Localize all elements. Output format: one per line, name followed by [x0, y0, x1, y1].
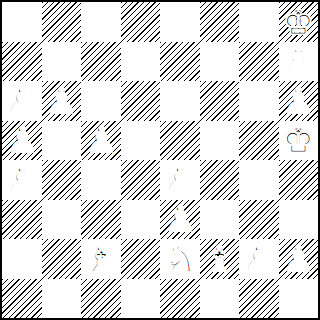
- piece-halo: ♚: [281, 3, 315, 41]
- square-a2: [2, 239, 42, 279]
- square-c2: ♝♝: [81, 239, 121, 279]
- square-f8: [200, 2, 240, 42]
- piece-black-pawn: ♟♟: [2, 81, 42, 121]
- piece-halo: ♟: [44, 82, 78, 120]
- square-g6: [239, 81, 279, 121]
- square-a3: [2, 200, 42, 240]
- square-f4: [200, 160, 240, 200]
- piece-halo: ♟: [281, 42, 315, 80]
- piece-black-pawn: ♟♟: [279, 42, 319, 82]
- piece-halo: ♝: [202, 240, 236, 278]
- square-d4: [121, 160, 161, 200]
- piece-halo: ♟: [163, 161, 197, 199]
- square-b6: ♟♙: [42, 81, 82, 121]
- square-c6: [81, 81, 121, 121]
- square-h1: [279, 279, 319, 319]
- square-b8: [42, 2, 82, 42]
- piece-halo: ♟: [84, 121, 118, 159]
- square-a4: ♟♙: [2, 160, 42, 200]
- piece-halo: ♞: [163, 240, 197, 278]
- piece-white-pawn: ♟♙: [2, 160, 42, 200]
- square-e7: [160, 42, 200, 82]
- square-a8: [2, 2, 42, 42]
- square-g3: [239, 200, 279, 240]
- piece-halo: ♟: [5, 121, 39, 159]
- square-c7: [81, 42, 121, 82]
- square-d3: [121, 200, 161, 240]
- square-e3: ♟♙: [160, 200, 200, 240]
- piece-halo: ♝: [84, 240, 118, 278]
- piece-white-knight: ♞♘: [160, 239, 200, 279]
- square-f5: [200, 121, 240, 161]
- square-e2: ♞♘: [160, 239, 200, 279]
- piece-halo: ♟: [281, 82, 315, 120]
- square-h5: ♚♔: [279, 121, 319, 161]
- square-e4: ♟♟: [160, 160, 200, 200]
- piece-white-king: ♚♔: [279, 121, 319, 161]
- square-f2: ♝♗: [200, 239, 240, 279]
- square-g8: [239, 2, 279, 42]
- square-b4: [42, 160, 82, 200]
- piece-white-pawn: ♟♙: [81, 121, 121, 161]
- square-d8: [121, 2, 161, 42]
- piece-white-pawn: ♟♙: [42, 81, 82, 121]
- chess-diagram: ♚♚♟♟♟♟♟♙♟♙♟♙♟♙♚♔♟♙♟♟♟♙♝♝♞♘♝♗♟♟♟♟: [0, 0, 320, 320]
- square-e6: [160, 81, 200, 121]
- piece-white-pawn: ♟♙: [279, 81, 319, 121]
- square-d1: [121, 279, 161, 319]
- square-g4: [239, 160, 279, 200]
- piece-white-bishop: ♝♗: [200, 239, 240, 279]
- piece-black-pawn: ♟♟: [160, 160, 200, 200]
- square-h3: [279, 200, 319, 240]
- square-h4: [279, 160, 319, 200]
- square-c8: [81, 2, 121, 42]
- piece-black-bishop: ♝♝: [81, 239, 121, 279]
- square-d2: [121, 239, 161, 279]
- piece-black-pawn: ♟♟: [239, 239, 279, 279]
- square-g5: [239, 121, 279, 161]
- chess-board: ♚♚♟♟♟♟♟♙♟♙♟♙♟♙♚♔♟♙♟♟♟♙♝♝♞♘♝♗♟♟♟♟: [0, 0, 320, 320]
- square-d7: [121, 42, 161, 82]
- square-a5: ♟♙: [2, 121, 42, 161]
- square-f3: [200, 200, 240, 240]
- square-a1: [2, 279, 42, 319]
- square-g7: [239, 42, 279, 82]
- piece-halo: ♟: [242, 240, 276, 278]
- square-c4: [81, 160, 121, 200]
- square-g1: [239, 279, 279, 319]
- piece-white-pawn: ♟♙: [2, 121, 42, 161]
- piece-white-pawn: ♟♙: [160, 200, 200, 240]
- square-b7: [42, 42, 82, 82]
- square-f6: [200, 81, 240, 121]
- square-g2: ♟♟: [239, 239, 279, 279]
- piece-black-pawn: ♟♟: [279, 239, 319, 279]
- piece-halo: ♚: [281, 121, 315, 159]
- piece-black-king: ♚♚: [279, 2, 319, 42]
- square-h2: ♟♟: [279, 239, 319, 279]
- piece-halo: ♟: [5, 82, 39, 120]
- piece-halo: ♟: [163, 200, 197, 238]
- square-b3: [42, 200, 82, 240]
- square-f1: [200, 279, 240, 319]
- square-f7: [200, 42, 240, 82]
- square-b5: [42, 121, 82, 161]
- square-c5: ♟♙: [81, 121, 121, 161]
- square-d6: [121, 81, 161, 121]
- square-c3: [81, 200, 121, 240]
- square-h7: ♟♟: [279, 42, 319, 82]
- square-c1: [81, 279, 121, 319]
- piece-halo: ♟: [281, 240, 315, 278]
- piece-halo: ♟: [5, 161, 39, 199]
- square-a7: [2, 42, 42, 82]
- square-a6: ♟♟: [2, 81, 42, 121]
- square-b1: [42, 279, 82, 319]
- square-b2: [42, 239, 82, 279]
- square-e1: [160, 279, 200, 319]
- square-h6: ♟♙: [279, 81, 319, 121]
- square-e8: [160, 2, 200, 42]
- square-h8: ♚♚: [279, 2, 319, 42]
- square-d5: [121, 121, 161, 161]
- square-e5: [160, 121, 200, 161]
